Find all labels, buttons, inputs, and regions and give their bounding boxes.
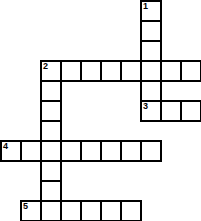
crossword-cell-r7c1[interactable] — [20, 140, 42, 162]
crossword-cell-r8c2[interactable] — [40, 160, 62, 182]
crossword-cell-r10c2[interactable] — [40, 200, 62, 221]
crossword-cell-r6c2[interactable] — [40, 120, 62, 142]
crossword-cell-r10c5[interactable] — [100, 200, 122, 221]
crossword-cell-r1c7[interactable] — [140, 20, 162, 42]
crossword-cell-r7c0[interactable]: 4 — [0, 140, 22, 162]
clue-number-1: 1 — [143, 2, 148, 11]
crossword-cell-r10c4[interactable] — [80, 200, 102, 221]
crossword-cell-r5c2[interactable] — [40, 100, 62, 122]
crossword-cell-r3c7[interactable] — [140, 60, 162, 82]
crossword-cell-r3c4[interactable] — [80, 60, 102, 82]
crossword-cell-r7c6[interactable] — [120, 140, 142, 162]
crossword-cell-r3c8[interactable] — [160, 60, 182, 82]
crossword-cell-r10c6[interactable] — [120, 200, 142, 221]
clue-number-5: 5 — [23, 202, 28, 211]
crossword-cell-r3c6[interactable] — [120, 60, 142, 82]
clue-number-3: 3 — [143, 102, 148, 111]
crossword-cell-r5c9[interactable] — [180, 100, 201, 122]
crossword-cell-r7c3[interactable] — [60, 140, 82, 162]
crossword-cell-r7c7[interactable] — [140, 140, 162, 162]
crossword-cell-r7c2[interactable] — [40, 140, 62, 162]
crossword-cell-r7c5[interactable] — [100, 140, 122, 162]
crossword-cell-r2c7[interactable] — [140, 40, 162, 62]
crossword-cell-r7c4[interactable] — [80, 140, 102, 162]
crossword-cell-r3c5[interactable] — [100, 60, 122, 82]
crossword-cell-r4c2[interactable] — [40, 80, 62, 102]
crossword-cell-r9c2[interactable] — [40, 180, 62, 202]
crossword-cell-r3c2[interactable]: 2 — [40, 60, 62, 82]
crossword-cell-r5c8[interactable] — [160, 100, 182, 122]
crossword-cell-r10c1[interactable]: 5 — [20, 200, 42, 221]
clue-number-2: 2 — [43, 62, 48, 71]
crossword-cell-r3c3[interactable] — [60, 60, 82, 82]
crossword-cell-r3c9[interactable] — [180, 60, 201, 82]
crossword-cell-r4c7[interactable] — [140, 80, 162, 102]
crossword-cell-r10c3[interactable] — [60, 200, 82, 221]
crossword-cell-r5c7[interactable]: 3 — [140, 100, 162, 122]
crossword-cell-r0c7[interactable]: 1 — [140, 0, 162, 22]
clue-number-4: 4 — [3, 142, 8, 151]
crossword-board: 12345 — [0, 0, 201, 221]
